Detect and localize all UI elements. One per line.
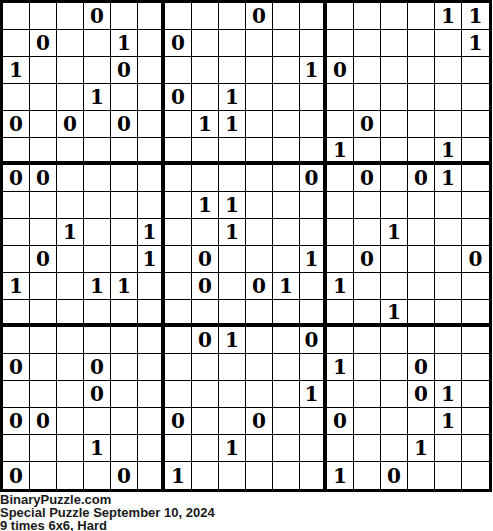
cell-r2-c15[interactable] — [408, 57, 435, 84]
cell-r15-c17[interactable] — [462, 408, 489, 435]
cell-r17-c8[interactable] — [219, 462, 246, 489]
cell-r2-c9[interactable] — [246, 57, 273, 84]
cell-r1-c5[interactable] — [138, 30, 165, 57]
cell-r13-c17[interactable] — [462, 354, 489, 381]
cell-r17-c7[interactable] — [192, 462, 219, 489]
cell-r16-c8-given: 1 — [219, 435, 246, 462]
cell-r8-c9[interactable] — [246, 219, 273, 246]
cell-r5-c13[interactable] — [354, 138, 381, 165]
cell-r9-c1-given: 0 — [30, 246, 57, 273]
cell-r5-c7[interactable] — [192, 138, 219, 165]
cell-r7-c11[interactable] — [300, 192, 327, 219]
cell-r10-c16[interactable] — [435, 273, 462, 300]
cell-r4-c13-given: 0 — [354, 111, 381, 138]
cell-r8-c13[interactable] — [354, 219, 381, 246]
cell-r4-c14[interactable] — [381, 111, 408, 138]
cell-r16-c10[interactable] — [273, 435, 300, 462]
cell-r1-c6-given: 0 — [165, 30, 192, 57]
cell-r8-c4[interactable] — [111, 219, 138, 246]
cell-r9-c3[interactable] — [84, 246, 111, 273]
cell-r15-c6-given: 0 — [165, 408, 192, 435]
cell-r0-c3-given: 0 — [84, 3, 111, 30]
cell-r7-c4[interactable] — [111, 192, 138, 219]
cell-r0-c7[interactable] — [192, 3, 219, 30]
cell-r8-c17[interactable] — [462, 219, 489, 246]
cell-r13-c6[interactable] — [165, 354, 192, 381]
cell-r1-c0[interactable] — [3, 30, 30, 57]
cell-r5-c6[interactable] — [165, 138, 192, 165]
cell-r2-c17[interactable] — [462, 57, 489, 84]
cell-r12-c10[interactable] — [273, 327, 300, 354]
cell-r11-c5[interactable] — [138, 300, 165, 327]
cell-r4-c3[interactable] — [84, 111, 111, 138]
cell-r6-c6[interactable] — [165, 165, 192, 192]
cell-r7-c16[interactable] — [435, 192, 462, 219]
cell-r0-c10[interactable] — [273, 3, 300, 30]
cell-r1-c13[interactable] — [354, 30, 381, 57]
cell-r14-c17[interactable] — [462, 381, 489, 408]
cell-r7-c3[interactable] — [84, 192, 111, 219]
cell-r1-c8[interactable] — [219, 30, 246, 57]
cell-r0-c1[interactable] — [30, 3, 57, 30]
cell-r17-c0-given: 0 — [3, 462, 30, 489]
cell-r14-c12[interactable] — [327, 381, 354, 408]
cell-r4-c16[interactable] — [435, 111, 462, 138]
cell-r17-c17[interactable] — [462, 462, 489, 489]
cell-r6-c4[interactable] — [111, 165, 138, 192]
cell-r9-c13-given: 0 — [354, 246, 381, 273]
cell-r1-c7[interactable] — [192, 30, 219, 57]
cell-r1-c2[interactable] — [57, 30, 84, 57]
cell-r2-c8[interactable] — [219, 57, 246, 84]
cell-r15-c4[interactable] — [111, 408, 138, 435]
cell-r12-c9[interactable] — [246, 327, 273, 354]
cell-r2-c14[interactable] — [381, 57, 408, 84]
cell-r13-c8[interactable] — [219, 354, 246, 381]
cell-r13-c10[interactable] — [273, 354, 300, 381]
cell-r7-c5[interactable] — [138, 192, 165, 219]
cell-r10-c5[interactable] — [138, 273, 165, 300]
cell-r1-c12[interactable] — [327, 30, 354, 57]
cell-r2-c3[interactable] — [84, 57, 111, 84]
cell-r4-c10[interactable] — [273, 111, 300, 138]
cell-r16-c0[interactable] — [3, 435, 30, 462]
cell-r3-c11[interactable] — [300, 84, 327, 111]
cell-r0-c6[interactable] — [165, 3, 192, 30]
cell-r2-c16[interactable] — [435, 57, 462, 84]
cell-r0-c12[interactable] — [327, 3, 354, 30]
cell-r12-c6[interactable] — [165, 327, 192, 354]
cell-r9-c8[interactable] — [219, 246, 246, 273]
cell-r14-c1[interactable] — [30, 381, 57, 408]
cell-r0-c2[interactable] — [57, 3, 84, 30]
cell-r14-c14[interactable] — [381, 381, 408, 408]
cell-r14-c13[interactable] — [354, 381, 381, 408]
cell-r4-c9[interactable] — [246, 111, 273, 138]
cell-r0-c15[interactable] — [408, 3, 435, 30]
cell-r5-c17[interactable] — [462, 138, 489, 165]
cell-r8-c15[interactable] — [408, 219, 435, 246]
cell-r11-c2[interactable] — [57, 300, 84, 327]
cell-r1-c11[interactable] — [300, 30, 327, 57]
cell-r16-c16[interactable] — [435, 435, 462, 462]
cell-r11-c8[interactable] — [219, 300, 246, 327]
cell-r5-c11[interactable] — [300, 138, 327, 165]
cell-r2-c7[interactable] — [192, 57, 219, 84]
cell-r6-c2[interactable] — [57, 165, 84, 192]
cell-r6-c17[interactable] — [462, 165, 489, 192]
cell-r5-c16-given: 1 — [435, 138, 462, 165]
cell-r16-c4[interactable] — [111, 435, 138, 462]
cell-r12-c15[interactable] — [408, 327, 435, 354]
cell-r12-c3[interactable] — [84, 327, 111, 354]
cell-r15-c15[interactable] — [408, 408, 435, 435]
cell-r1-c10[interactable] — [273, 30, 300, 57]
cell-r17-c12-given: 1 — [327, 462, 354, 489]
cell-r2-c5[interactable] — [138, 57, 165, 84]
cell-r6-c5[interactable] — [138, 165, 165, 192]
cell-r15-c10[interactable] — [273, 408, 300, 435]
cell-r4-c17[interactable] — [462, 111, 489, 138]
cell-r13-c1[interactable] — [30, 354, 57, 381]
cell-r4-c0-given: 0 — [3, 111, 30, 138]
cell-r14-c4[interactable] — [111, 381, 138, 408]
cell-r1-c17-given: 1 — [462, 30, 489, 57]
cell-r6-c15-given: 0 — [408, 165, 435, 192]
cell-r2-c6[interactable] — [165, 57, 192, 84]
cell-r4-c4-given: 0 — [111, 111, 138, 138]
cell-r16-c2[interactable] — [57, 435, 84, 462]
cell-r9-c11-given: 1 — [300, 246, 327, 273]
cell-r1-c1-given: 0 — [30, 30, 57, 57]
cell-r1-c16[interactable] — [435, 30, 462, 57]
cell-r4-c7-given: 1 — [192, 111, 219, 138]
cell-r8-c6[interactable] — [165, 219, 192, 246]
cell-r14-c8[interactable] — [219, 381, 246, 408]
cell-r2-c1[interactable] — [30, 57, 57, 84]
cell-r8-c3[interactable] — [84, 219, 111, 246]
cell-r12-c1[interactable] — [30, 327, 57, 354]
cell-r3-c0[interactable] — [3, 84, 30, 111]
cell-r5-c10[interactable] — [273, 138, 300, 165]
cell-r11-c15[interactable] — [408, 300, 435, 327]
cell-r3-c16[interactable] — [435, 84, 462, 111]
cell-r0-c13[interactable] — [354, 3, 381, 30]
cell-r13-c4[interactable] — [111, 354, 138, 381]
cell-r8-c12[interactable] — [327, 219, 354, 246]
cell-r6-c10[interactable] — [273, 165, 300, 192]
cell-r7-c8-given: 1 — [219, 192, 246, 219]
cell-r4-c2-given: 0 — [57, 111, 84, 138]
cell-r9-c7-given: 0 — [192, 246, 219, 273]
cell-r10-c11[interactable] — [300, 273, 327, 300]
cell-r2-c10[interactable] — [273, 57, 300, 84]
cell-r16-c9[interactable] — [246, 435, 273, 462]
cell-r11-c4[interactable] — [111, 300, 138, 327]
cell-r12-c4[interactable] — [111, 327, 138, 354]
cell-r7-c2[interactable] — [57, 192, 84, 219]
cell-r7-c13[interactable] — [354, 192, 381, 219]
cell-r7-c0[interactable] — [3, 192, 30, 219]
cell-r3-c5[interactable] — [138, 84, 165, 111]
cell-r11-c10[interactable] — [273, 300, 300, 327]
cell-r7-c17[interactable] — [462, 192, 489, 219]
cell-r17-c5[interactable] — [138, 462, 165, 489]
cell-r3-c12[interactable] — [327, 84, 354, 111]
cell-r10-c13[interactable] — [354, 273, 381, 300]
cell-r9-c12[interactable] — [327, 246, 354, 273]
cell-r2-c11-given: 1 — [300, 57, 327, 84]
cell-r14-c10[interactable] — [273, 381, 300, 408]
cell-r17-c9[interactable] — [246, 462, 273, 489]
cell-r0-c0[interactable] — [3, 3, 30, 30]
cell-r12-c0[interactable] — [3, 327, 30, 354]
cell-r3-c9[interactable] — [246, 84, 273, 111]
cell-r5-c9[interactable] — [246, 138, 273, 165]
cell-r5-c0[interactable] — [3, 138, 30, 165]
cell-r13-c11[interactable] — [300, 354, 327, 381]
footer-puzzle-spec: 9 times 6x6, Hard — [0, 519, 493, 531]
cell-r5-c15[interactable] — [408, 138, 435, 165]
cell-r17-c4-given: 0 — [111, 462, 138, 489]
cell-r2-c2[interactable] — [57, 57, 84, 84]
cell-r11-c7[interactable] — [192, 300, 219, 327]
cell-r14-c5[interactable] — [138, 381, 165, 408]
cell-r13-c9[interactable] — [246, 354, 273, 381]
footer-caption: BinaryPuzzle.com Special Puzzle Septembe… — [0, 492, 493, 531]
cell-r0-c11[interactable] — [300, 3, 327, 30]
binary-puzzle-board: 0011010110101010001101100000111111101010… — [0, 0, 492, 492]
cell-r4-c11[interactable] — [300, 111, 327, 138]
cell-r13-c7[interactable] — [192, 354, 219, 381]
cell-r1-c3[interactable] — [84, 30, 111, 57]
cell-r7-c10[interactable] — [273, 192, 300, 219]
cell-r5-c14[interactable] — [381, 138, 408, 165]
cell-r11-c6[interactable] — [165, 300, 192, 327]
cell-r13-c16[interactable] — [435, 354, 462, 381]
cell-r10-c10-given: 1 — [273, 273, 300, 300]
cell-r2-c13[interactable] — [354, 57, 381, 84]
cell-r13-c2[interactable] — [57, 354, 84, 381]
cell-r13-c15-given: 0 — [408, 354, 435, 381]
cell-r12-c13[interactable] — [354, 327, 381, 354]
cell-r8-c14-given: 1 — [381, 219, 408, 246]
cell-r9-c6[interactable] — [165, 246, 192, 273]
cell-r13-c12-given: 1 — [327, 354, 354, 381]
cell-r6-c14[interactable] — [381, 165, 408, 192]
cell-r9-c16[interactable] — [435, 246, 462, 273]
cell-r3-c6-given: 0 — [165, 84, 192, 111]
cell-r10-c1[interactable] — [30, 273, 57, 300]
cell-r4-c6[interactable] — [165, 111, 192, 138]
cell-r17-c1[interactable] — [30, 462, 57, 489]
cell-r12-c14[interactable] — [381, 327, 408, 354]
cell-r15-c1-given: 0 — [30, 408, 57, 435]
cell-r14-c0[interactable] — [3, 381, 30, 408]
cell-r8-c10[interactable] — [273, 219, 300, 246]
cell-r3-c14[interactable] — [381, 84, 408, 111]
cell-r6-c3[interactable] — [84, 165, 111, 192]
cell-r10-c2[interactable] — [57, 273, 84, 300]
cell-r17-c16[interactable] — [435, 462, 462, 489]
cell-r2-c4-given: 0 — [111, 57, 138, 84]
cell-r5-c3[interactable] — [84, 138, 111, 165]
cell-r14-c2[interactable] — [57, 381, 84, 408]
cell-r8-c7[interactable] — [192, 219, 219, 246]
cell-r7-c9[interactable] — [246, 192, 273, 219]
cell-r3-c15[interactable] — [408, 84, 435, 111]
cell-r0-c14[interactable] — [381, 3, 408, 30]
cell-r7-c14[interactable] — [381, 192, 408, 219]
cell-r11-c0[interactable] — [3, 300, 30, 327]
cell-r7-c1[interactable] — [30, 192, 57, 219]
cell-r9-c9[interactable] — [246, 246, 273, 273]
cell-r15-c5[interactable] — [138, 408, 165, 435]
cell-r3-c17[interactable] — [462, 84, 489, 111]
cell-r4-c15[interactable] — [408, 111, 435, 138]
cell-r16-c1[interactable] — [30, 435, 57, 462]
cell-r17-c10[interactable] — [273, 462, 300, 489]
cell-r9-c15[interactable] — [408, 246, 435, 273]
cell-r6-c11-given: 0 — [300, 165, 327, 192]
cell-r9-c0[interactable] — [3, 246, 30, 273]
cell-r8-c8-given: 1 — [219, 219, 246, 246]
cell-r11-c12[interactable] — [327, 300, 354, 327]
cell-r13-c14[interactable] — [381, 354, 408, 381]
cell-r16-c15-given: 1 — [408, 435, 435, 462]
cell-r17-c13[interactable] — [354, 462, 381, 489]
cell-r3-c4[interactable] — [111, 84, 138, 111]
cell-r10-c8[interactable] — [219, 273, 246, 300]
cell-r11-c11[interactable] — [300, 300, 327, 327]
cell-r13-c5[interactable] — [138, 354, 165, 381]
cell-r1-c14[interactable] — [381, 30, 408, 57]
cell-r4-c8-given: 1 — [219, 111, 246, 138]
cell-r11-c9[interactable] — [246, 300, 273, 327]
cell-r12-c16[interactable] — [435, 327, 462, 354]
cell-r8-c16[interactable] — [435, 219, 462, 246]
cell-r12-c8-given: 1 — [219, 327, 246, 354]
cell-r10-c15[interactable] — [408, 273, 435, 300]
cell-r3-c2[interactable] — [57, 84, 84, 111]
cell-r14-c15-given: 0 — [408, 381, 435, 408]
cell-r16-c14[interactable] — [381, 435, 408, 462]
cell-r5-c2[interactable] — [57, 138, 84, 165]
cell-r15-c16-given: 1 — [435, 408, 462, 435]
cell-r0-c8[interactable] — [219, 3, 246, 30]
cell-r1-c4-given: 1 — [111, 30, 138, 57]
cell-r3-c10[interactable] — [273, 84, 300, 111]
cell-r5-c1[interactable] — [30, 138, 57, 165]
cell-r6-c9[interactable] — [246, 165, 273, 192]
cell-r1-c15[interactable] — [408, 30, 435, 57]
cell-r3-c7[interactable] — [192, 84, 219, 111]
cell-r17-c14-given: 0 — [381, 462, 408, 489]
cell-r4-c5[interactable] — [138, 111, 165, 138]
cell-r9-c14[interactable] — [381, 246, 408, 273]
cell-r15-c11[interactable] — [300, 408, 327, 435]
cell-r14-c6[interactable] — [165, 381, 192, 408]
cell-r15-c2[interactable] — [57, 408, 84, 435]
cell-r7-c6[interactable] — [165, 192, 192, 219]
cell-r10-c9-given: 0 — [246, 273, 273, 300]
cell-r0-c17-given: 1 — [462, 3, 489, 30]
cell-r10-c14[interactable] — [381, 273, 408, 300]
cell-r8-c1[interactable] — [30, 219, 57, 246]
cell-r5-c4[interactable] — [111, 138, 138, 165]
cell-r13-c3-given: 0 — [84, 354, 111, 381]
cell-r3-c13[interactable] — [354, 84, 381, 111]
cell-r10-c7-given: 0 — [192, 273, 219, 300]
cell-r16-c7[interactable] — [192, 435, 219, 462]
cell-r12-c17[interactable] — [462, 327, 489, 354]
cell-r13-c13[interactable] — [354, 354, 381, 381]
cell-r14-c7[interactable] — [192, 381, 219, 408]
cell-r16-c12[interactable] — [327, 435, 354, 462]
cell-r16-c6[interactable] — [165, 435, 192, 462]
cell-r8-c11[interactable] — [300, 219, 327, 246]
cell-r0-c4[interactable] — [111, 3, 138, 30]
cell-r10-c6[interactable] — [165, 273, 192, 300]
cell-r7-c7-given: 1 — [192, 192, 219, 219]
cell-r8-c0[interactable] — [3, 219, 30, 246]
cell-r15-c7[interactable] — [192, 408, 219, 435]
cell-r15-c8[interactable] — [219, 408, 246, 435]
cell-r6-c16-given: 1 — [435, 165, 462, 192]
cell-r6-c7[interactable] — [192, 165, 219, 192]
cell-r11-c17[interactable] — [462, 300, 489, 327]
cell-r12-c2[interactable] — [57, 327, 84, 354]
cell-r9-c10[interactable] — [273, 246, 300, 273]
cell-r16-c11[interactable] — [300, 435, 327, 462]
cell-r10-c3-given: 1 — [84, 273, 111, 300]
cell-r16-c5[interactable] — [138, 435, 165, 462]
cell-r14-c9[interactable] — [246, 381, 273, 408]
cell-r15-c13[interactable] — [354, 408, 381, 435]
cell-r11-c13[interactable] — [354, 300, 381, 327]
cell-r17-c15[interactable] — [408, 462, 435, 489]
cell-r11-c1[interactable] — [30, 300, 57, 327]
cell-r5-c5[interactable] — [138, 138, 165, 165]
cell-r2-c0-given: 1 — [3, 57, 30, 84]
cell-r12-c12[interactable] — [327, 327, 354, 354]
cell-r16-c13[interactable] — [354, 435, 381, 462]
cell-r4-c12[interactable] — [327, 111, 354, 138]
cell-r3-c1[interactable] — [30, 84, 57, 111]
cell-r7-c12[interactable] — [327, 192, 354, 219]
cell-r1-c9[interactable] — [246, 30, 273, 57]
cell-r9-c2[interactable] — [57, 246, 84, 273]
cell-r17-c2[interactable] — [57, 462, 84, 489]
cell-r11-c3[interactable] — [84, 300, 111, 327]
cell-r11-c16[interactable] — [435, 300, 462, 327]
cell-r12-c5[interactable] — [138, 327, 165, 354]
cell-r10-c0-given: 1 — [3, 273, 30, 300]
cell-r6-c12[interactable] — [327, 165, 354, 192]
cell-r5-c8[interactable] — [219, 138, 246, 165]
cell-r4-c1[interactable] — [30, 111, 57, 138]
cell-r15-c3[interactable] — [84, 408, 111, 435]
cell-r15-c14[interactable] — [381, 408, 408, 435]
cell-r6-c8[interactable] — [219, 165, 246, 192]
cell-r0-c5[interactable] — [138, 3, 165, 30]
cell-r7-c15[interactable] — [408, 192, 435, 219]
cell-r16-c17[interactable] — [462, 435, 489, 462]
cell-r17-c11[interactable] — [300, 462, 327, 489]
cell-r9-c4[interactable] — [111, 246, 138, 273]
cell-r10-c17[interactable] — [462, 273, 489, 300]
cell-r17-c3[interactable] — [84, 462, 111, 489]
